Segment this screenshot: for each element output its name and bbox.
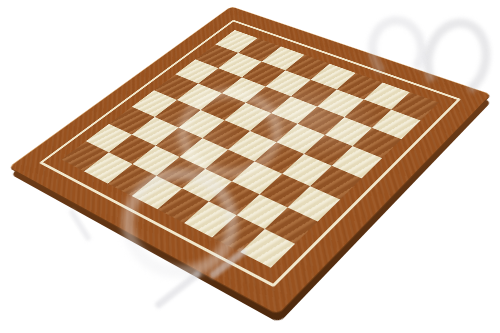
perspective-scene (0, 0, 500, 333)
scene-rotation (0, 0, 500, 333)
product-photo (0, 0, 500, 333)
chess-board (8, 6, 492, 315)
